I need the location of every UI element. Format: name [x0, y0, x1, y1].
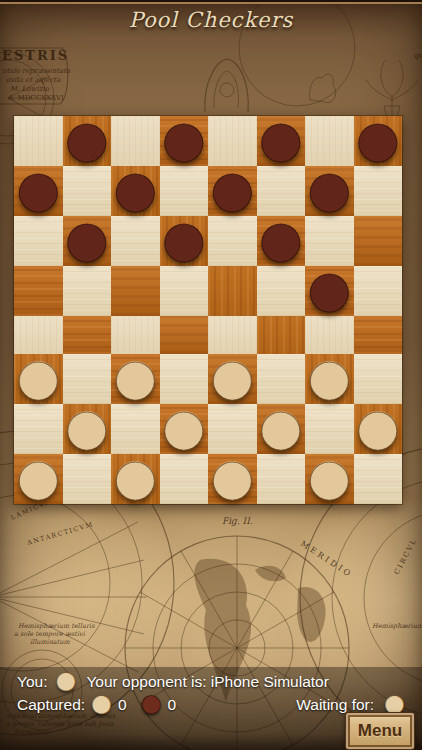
light-checker[interactable]: ● [307, 352, 351, 402]
board-cell-r1c5[interactable] [208, 116, 257, 166]
board-cell-r2c7[interactable]: ● [305, 166, 354, 216]
board-cell-r4c3[interactable] [111, 266, 160, 316]
dark-checker[interactable]: ● [65, 214, 109, 264]
light-checker[interactable]: ● [356, 402, 400, 452]
map-text-cartouche-title: ESTRIS [2, 48, 69, 63]
board-cell-r3c2[interactable]: ● [63, 216, 112, 266]
board[interactable]: ●●●●●●●●●●●●●●●●●●●●●●●● [14, 116, 402, 504]
waiting-label: Waiting for: [296, 696, 374, 714]
map-text-cartouche-line3: osita et adjecta [6, 76, 61, 84]
map-text-cartouche-line2: ntale repræsentata [2, 67, 71, 75]
dark-checker[interactable]: ● [162, 214, 206, 264]
board-cell-r3c3[interactable] [111, 216, 160, 266]
you-label: You: [17, 673, 47, 691]
board-cell-r7c1[interactable] [14, 404, 63, 454]
board-cell-r5c4[interactable] [160, 316, 209, 354]
board-cell-r8c6[interactable] [257, 454, 306, 504]
light-checker[interactable]: ● [162, 402, 206, 452]
board-cell-r8c3[interactable]: ● [111, 454, 160, 504]
board-cell-r2c8[interactable] [354, 166, 403, 216]
dark-checker[interactable]: ● [259, 114, 303, 164]
captured-dark-checker-icon: ● [141, 691, 162, 715]
light-checker[interactable]: ● [16, 352, 60, 402]
board-cell-r3c1[interactable] [14, 216, 63, 266]
board-cell-r6c7[interactable]: ● [305, 354, 354, 404]
board-cell-r5c8[interactable] [354, 316, 403, 354]
board-cell-r7c7[interactable] [305, 404, 354, 454]
board-cell-r6c4[interactable] [160, 354, 209, 404]
board-cell-r1c6[interactable]: ● [257, 116, 306, 166]
board-cell-r6c6[interactable] [257, 354, 306, 404]
board-cell-r7c6[interactable]: ● [257, 404, 306, 454]
board-cell-r8c7[interactable]: ● [305, 454, 354, 504]
captured-light-checker-icon: ● [91, 691, 112, 715]
map-text-cartouche-line5: A. MDCCXXXVI [7, 94, 64, 102]
dark-checker[interactable]: ● [162, 114, 206, 164]
board-cell-r7c2[interactable]: ● [63, 404, 112, 454]
board-cell-r4c2[interactable] [63, 266, 112, 316]
captured-label: Captured: [17, 696, 85, 714]
board-cell-r3c7[interactable] [305, 216, 354, 266]
map-text-cartouche-line4: M. Lowizio [10, 85, 50, 93]
board-cell-r4c5[interactable] [208, 266, 257, 316]
captured-light-count: 0 [118, 696, 127, 714]
page-title: Pool Checkers [0, 8, 422, 32]
captured-dark-count: 0 [168, 696, 177, 714]
board-cell-r7c8[interactable]: ● [354, 404, 403, 454]
dark-checker[interactable]: ● [307, 164, 351, 214]
board-cell-r5c2[interactable] [63, 316, 112, 354]
board-cell-r1c8[interactable]: ● [354, 116, 403, 166]
board-cell-r1c2[interactable]: ● [63, 116, 112, 166]
dark-checker[interactable]: ● [210, 164, 254, 214]
map-text-left-note-1: Hemisphærium telluris [18, 622, 95, 630]
board-cell-r2c4[interactable] [160, 166, 209, 216]
light-checker[interactable]: ● [113, 352, 157, 402]
board-cell-r3c4[interactable]: ● [160, 216, 209, 266]
board-cell-r4c8[interactable] [354, 266, 403, 316]
board-cell-r6c2[interactable] [63, 354, 112, 404]
board-cell-r8c2[interactable] [63, 454, 112, 504]
board-cell-r1c4[interactable]: ● [160, 116, 209, 166]
board-cell-r6c3[interactable]: ● [111, 354, 160, 404]
board-cell-r4c7[interactable]: ● [305, 266, 354, 316]
board-cell-r5c6[interactable] [257, 316, 306, 354]
board-cell-r4c4[interactable] [160, 266, 209, 316]
board-cell-r3c6[interactable]: ● [257, 216, 306, 266]
map-text-left-note-2: a sole tempore æstivi [14, 630, 86, 638]
board-cell-r4c6[interactable] [257, 266, 306, 316]
light-checker[interactable]: ● [65, 402, 109, 452]
board-cell-r3c5[interactable] [208, 216, 257, 266]
status-row-players: You: ● Your opponent is: iPhone Simulato… [17, 671, 329, 692]
menu-button[interactable]: Menu [345, 712, 415, 750]
board-cell-r8c1[interactable]: ● [14, 454, 63, 504]
board-cell-r8c4[interactable] [160, 454, 209, 504]
you-light-checker-icon: ● [55, 668, 76, 692]
light-checker[interactable]: ● [16, 452, 60, 502]
map-text-corner-letters: qu [414, 52, 422, 60]
dark-checker[interactable]: ● [16, 164, 60, 214]
dark-checker[interactable]: ● [65, 114, 109, 164]
map-text-left-note-3: illuminatum [30, 638, 71, 646]
board-cell-r8c5[interactable]: ● [208, 454, 257, 504]
board-cell-r7c5[interactable] [208, 404, 257, 454]
board-cell-r2c2[interactable] [63, 166, 112, 216]
dark-checker[interactable]: ● [113, 164, 157, 214]
board-cell-r1c3[interactable] [111, 116, 160, 166]
board-cell-r8c8[interactable] [354, 454, 403, 504]
light-checker[interactable]: ● [210, 452, 254, 502]
light-checker[interactable]: ● [210, 352, 254, 402]
board-cell-r4c1[interactable] [14, 266, 63, 316]
board-cell-r1c7[interactable] [305, 116, 354, 166]
board-cell-r2c1[interactable]: ● [14, 166, 63, 216]
board-cell-r2c3[interactable]: ● [111, 166, 160, 216]
board-cell-r6c1[interactable]: ● [14, 354, 63, 404]
dark-checker[interactable]: ● [356, 114, 400, 164]
opponent-text: Your opponent is: iPhone Simulator [86, 673, 328, 691]
map-text-fig-label: Fig. II. [222, 516, 253, 526]
board-cell-r6c5[interactable]: ● [208, 354, 257, 404]
board-cell-r2c6[interactable] [257, 166, 306, 216]
board-cell-r7c3[interactable] [111, 404, 160, 454]
dark-checker[interactable]: ● [307, 264, 351, 314]
board-cell-r2c5[interactable]: ● [208, 166, 257, 216]
board-cell-r3c8[interactable] [354, 216, 403, 266]
board-cell-r7c4[interactable]: ● [160, 404, 209, 454]
board-cell-r1c1[interactable] [14, 116, 63, 166]
light-checker[interactable]: ● [259, 402, 303, 452]
map-text-right-note: Hemisphærium [372, 622, 422, 630]
light-checker[interactable]: ● [307, 452, 351, 502]
board-cell-r6c8[interactable] [354, 354, 403, 404]
light-checker[interactable]: ● [113, 452, 157, 502]
dark-checker[interactable]: ● [259, 214, 303, 264]
menu-button-label: Menu [358, 721, 402, 741]
app-root: { "app": { "title": "Pool Checkers" }, "… [0, 0, 422, 750]
top-border-light [0, 2, 422, 4]
status-row-captured: Captured: ● 0 ● 0 [17, 694, 176, 715]
